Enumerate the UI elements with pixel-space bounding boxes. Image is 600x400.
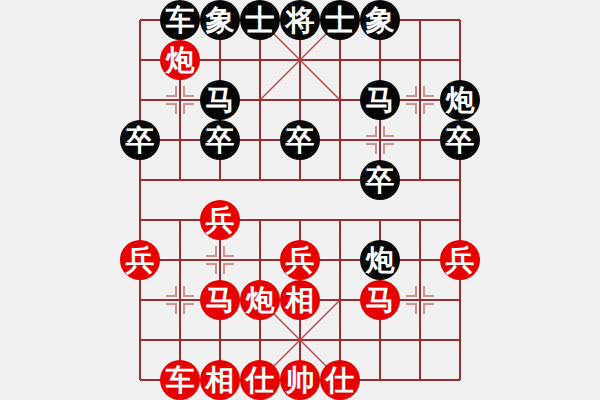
- piece-red-horse[interactable]: 马: [200, 280, 240, 320]
- piece-red-soldier[interactable]: 兵: [120, 240, 160, 280]
- piece-red-elephant[interactable]: 相: [280, 280, 320, 320]
- piece-red-advisor[interactable]: 仕: [240, 360, 280, 400]
- piece-black-elephant[interactable]: 象: [360, 0, 400, 40]
- piece-black-general[interactable]: 将: [280, 0, 320, 40]
- piece-red-cannon[interactable]: 炮: [240, 280, 280, 320]
- piece-black-soldier[interactable]: 卒: [120, 120, 160, 160]
- piece-black-cannon[interactable]: 炮: [440, 80, 480, 120]
- piece-black-cannon[interactable]: 炮: [360, 240, 400, 280]
- piece-red-elephant[interactable]: 相: [200, 360, 240, 400]
- piece-black-elephant[interactable]: 象: [200, 0, 240, 40]
- piece-black-chariot[interactable]: 车: [160, 0, 200, 40]
- piece-black-soldier[interactable]: 卒: [360, 160, 400, 200]
- piece-red-cannon[interactable]: 炮: [160, 40, 200, 80]
- piece-red-general[interactable]: 帅: [280, 360, 320, 400]
- piece-black-soldier[interactable]: 卒: [280, 120, 320, 160]
- piece-black-horse[interactable]: 马: [200, 80, 240, 120]
- piece-black-horse[interactable]: 马: [360, 80, 400, 120]
- piece-black-advisor[interactable]: 士: [320, 0, 360, 40]
- piece-black-soldier[interactable]: 卒: [440, 120, 480, 160]
- xiangqi-app: 车象士将士象炮马马炮卒卒卒卒卒兵兵兵炮兵马炮相马车相仕帅仕: [0, 0, 600, 400]
- piece-red-chariot[interactable]: 车: [160, 360, 200, 400]
- piece-red-soldier[interactable]: 兵: [280, 240, 320, 280]
- piece-red-horse[interactable]: 马: [360, 280, 400, 320]
- piece-black-soldier[interactable]: 卒: [200, 120, 240, 160]
- piece-red-soldier[interactable]: 兵: [440, 240, 480, 280]
- piece-red-advisor[interactable]: 仕: [320, 360, 360, 400]
- xiangqi-board: 车象士将士象炮马马炮卒卒卒卒卒兵兵兵炮兵马炮相马车相仕帅仕: [120, 0, 480, 400]
- piece-red-soldier[interactable]: 兵: [200, 200, 240, 240]
- piece-black-advisor[interactable]: 士: [240, 0, 280, 40]
